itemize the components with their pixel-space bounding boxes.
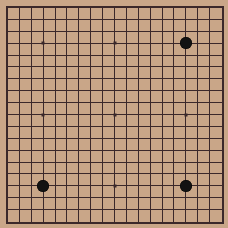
goban-cell [67,67,79,79]
goban-cell [20,115,32,127]
goban-cell [32,56,44,68]
goban-cell [44,198,56,210]
goban-cell [186,210,198,222]
goban-cell [56,20,68,32]
goban-cell [174,20,186,32]
goban-cell [127,32,139,44]
goban-cell [56,103,68,115]
goban-cell [151,56,163,68]
goban-cell [163,139,175,151]
goban-cell [210,163,222,175]
goban-cell [20,56,32,68]
goban-cell [91,79,103,91]
goban-cell [139,186,151,198]
goban-cell [127,103,139,115]
goban-cell [8,127,20,139]
goban-cell [151,186,163,198]
goban-cell [79,20,91,32]
goban-cell [8,198,20,210]
goban-cell [210,20,222,32]
goban-cell [44,163,56,175]
goban-cell [139,127,151,139]
goban-cell [163,163,175,175]
goban-cell [127,8,139,20]
goban-cell [163,198,175,210]
go-board[interactable] [0,0,228,228]
goban-cell [174,198,186,210]
goban-cell [32,139,44,151]
goban-cell [103,127,115,139]
goban-cell [91,127,103,139]
goban-cell [151,91,163,103]
goban-cell [8,115,20,127]
goban-cell [20,103,32,115]
goban-cell [56,163,68,175]
goban-cell [103,8,115,20]
goban-cell [198,79,210,91]
goban-cell [103,198,115,210]
hoshi-point [113,42,116,45]
goban-cell [163,56,175,68]
goban-cell [151,44,163,56]
goban-cell [210,127,222,139]
goban-cell [127,198,139,210]
goban-cell [67,103,79,115]
goban-cell [186,127,198,139]
hoshi-point [113,184,116,187]
goban-cell [174,56,186,68]
goban-cell [56,56,68,68]
goban-cell [127,186,139,198]
goban-cell [79,32,91,44]
goban-cell [44,210,56,222]
goban-cell [174,79,186,91]
goban-cell [79,103,91,115]
goban-cell [139,163,151,175]
goban-cell [56,67,68,79]
goban-cell [139,44,151,56]
goban-cell [56,174,68,186]
goban-cell [91,163,103,175]
goban-cell [79,115,91,127]
goban-cell [44,8,56,20]
goban-cell [163,210,175,222]
goban-cell [115,174,127,186]
goban-cell [151,79,163,91]
goban-cell [79,186,91,198]
goban-cell [79,44,91,56]
goban-cell [91,20,103,32]
goban-cell [139,67,151,79]
goban-cell [151,198,163,210]
goban-cell [79,79,91,91]
goban-cell [20,32,32,44]
goban-cell [115,198,127,210]
goban-cell [103,67,115,79]
goban-cell [174,210,186,222]
goban-cell [103,91,115,103]
goban-cell [32,210,44,222]
goban-cell [186,163,198,175]
goban-cell [44,151,56,163]
goban-cell [151,151,163,163]
goban-cell [79,8,91,20]
goban-cell [103,56,115,68]
goban-cell [67,32,79,44]
black-stone-D4[interactable] [37,180,49,192]
goban-cell [198,163,210,175]
goban-cell [20,20,32,32]
goban-cell [79,91,91,103]
goban-cell [151,163,163,175]
goban-cell [210,8,222,20]
goban-cell [115,115,127,127]
goban-cell [151,139,163,151]
goban-cell [44,32,56,44]
goban-cell [67,127,79,139]
goban-cell [127,127,139,139]
goban-cell [20,79,32,91]
goban-cell [115,67,127,79]
hoshi-point [184,113,187,116]
goban-cell [20,174,32,186]
goban-cell [198,44,210,56]
goban-cell [103,186,115,198]
goban-cell [210,198,222,210]
goban-cell [210,210,222,222]
goban-cell [20,186,32,198]
goban-cell [79,139,91,151]
goban-cell [115,186,127,198]
goban-cell [67,91,79,103]
goban-cell [20,91,32,103]
goban-cell [67,79,79,91]
goban-cell [210,32,222,44]
goban-cell [32,127,44,139]
goban-cell [163,103,175,115]
goban-cell [91,56,103,68]
goban-cell [79,56,91,68]
goban-cell [20,210,32,222]
goban-cell [198,139,210,151]
goban-cell [163,32,175,44]
goban-cell [91,174,103,186]
goban-cell [198,210,210,222]
goban-cell [91,91,103,103]
goban-cell [8,20,20,32]
goban-cell [163,79,175,91]
goban-cell [163,174,175,186]
goban-cell [67,56,79,68]
goban-cell [8,163,20,175]
goban-cell [8,79,20,91]
goban-cell [20,44,32,56]
goban-cell [210,67,222,79]
goban-cell [198,198,210,210]
goban-cell [115,151,127,163]
goban-cell [67,174,79,186]
goban-cell [79,151,91,163]
goban-cell [139,8,151,20]
goban-cell [67,151,79,163]
goban-cell [32,79,44,91]
goban-cell [174,127,186,139]
goban-cell [198,56,210,68]
goban-cell [32,115,44,127]
goban-cell [210,139,222,151]
goban-cell [115,163,127,175]
goban-cell [32,20,44,32]
goban-cell [127,91,139,103]
goban-cell [32,163,44,175]
goban-cell [174,151,186,163]
goban-cell [186,8,198,20]
goban-cell [186,91,198,103]
goban-cell [163,127,175,139]
goban-cell [174,139,186,151]
goban-cell [198,115,210,127]
goban-cell [115,139,127,151]
goban-cell [32,8,44,20]
goban-cell [8,210,20,222]
goban-cell [20,8,32,20]
goban-cell [127,139,139,151]
goban-cell [56,139,68,151]
goban-cell [44,103,56,115]
goban-cell [8,91,20,103]
goban-cell [210,186,222,198]
goban-cell [163,67,175,79]
goban-cell [139,91,151,103]
goban-cell [115,8,127,20]
goban-cell [67,139,79,151]
goban-cell [56,210,68,222]
goban-cell [67,210,79,222]
goban-cell [56,8,68,20]
goban-cell [210,91,222,103]
goban-cell [139,20,151,32]
goban-cell [91,67,103,79]
goban-cell [198,103,210,115]
goban-cell [32,91,44,103]
goban-cell [56,198,68,210]
goban-cell [186,115,198,127]
goban-cell [32,151,44,163]
goban-cell [127,44,139,56]
goban-cell [198,127,210,139]
goban-cell [198,174,210,186]
goban-cell [79,198,91,210]
goban-cell [151,210,163,222]
goban-cell [186,103,198,115]
goban-cell [186,198,198,210]
goban-cell [32,198,44,210]
goban-cell [139,174,151,186]
goban-cell [56,127,68,139]
goban-cell [79,210,91,222]
goban-cell [198,67,210,79]
goban-cell [115,91,127,103]
goban-cell [103,44,115,56]
goban-cell [32,44,44,56]
goban-cell [139,56,151,68]
goban-cell [103,79,115,91]
goban-cell [127,79,139,91]
goban-cell [127,151,139,163]
goban-cell [127,67,139,79]
goban-cell [151,174,163,186]
goban-cell [186,151,198,163]
goban-cell [44,67,56,79]
goban-cell [44,115,56,127]
goban-cell [91,198,103,210]
goban-cell [44,127,56,139]
goban-cell [186,56,198,68]
goban-cell [56,79,68,91]
goban-cell [44,91,56,103]
goban-cell [198,32,210,44]
goban-cell [163,91,175,103]
goban-cell [115,44,127,56]
goban-cell [79,163,91,175]
goban-cell [91,44,103,56]
goban-cell [56,91,68,103]
goban-cell [103,115,115,127]
goban-cell [20,198,32,210]
goban-cell [198,20,210,32]
goban-cell [151,67,163,79]
goban-cell [163,44,175,56]
goban-cell [67,186,79,198]
black-stone-Q4[interactable] [180,180,192,192]
goban-cell [210,174,222,186]
goban-cell [139,115,151,127]
goban-cell [139,210,151,222]
goban-cell [56,32,68,44]
goban-cell [174,115,186,127]
goban-cell [127,163,139,175]
goban-cell [198,8,210,20]
goban-cell [103,20,115,32]
goban-cell [20,163,32,175]
goban-cell [139,79,151,91]
goban-cell [91,151,103,163]
goban-cell [163,151,175,163]
goban-cell [8,32,20,44]
hoshi-point [42,42,45,45]
goban-cell [163,8,175,20]
black-stone-Q16[interactable] [180,37,192,49]
goban-cell [210,79,222,91]
goban-cell [163,186,175,198]
goban-cell [115,32,127,44]
goban-cell [139,139,151,151]
goban-cell [44,139,56,151]
goban-cell [91,32,103,44]
goban-cell [8,103,20,115]
goban-cell [20,127,32,139]
goban-cell [163,115,175,127]
goban-cell [127,174,139,186]
goban-cell [91,8,103,20]
goban-cell [44,20,56,32]
goban-cell [8,67,20,79]
goban-cell [210,56,222,68]
goban-cell [44,79,56,91]
goban-cell [32,67,44,79]
goban-cell [186,139,198,151]
goban-cell [91,115,103,127]
goban-cell [67,198,79,210]
goban-cell [44,56,56,68]
goban-cell [115,210,127,222]
goban-cell [127,56,139,68]
goban-cell [139,198,151,210]
goban-cell [151,32,163,44]
goban-cell [8,174,20,186]
goban-cell [151,115,163,127]
goban-cell [79,174,91,186]
goban-cell [103,163,115,175]
goban-cell [91,103,103,115]
goban-cell [91,139,103,151]
goban-cell [8,8,20,20]
goban-cell [151,127,163,139]
goban-cell [174,163,186,175]
goban-cell [103,210,115,222]
goban-cell [198,186,210,198]
goban-cell [67,8,79,20]
goban-cell [210,103,222,115]
goban-cell [79,67,91,79]
goban-cell [8,151,20,163]
goban-cell [56,151,68,163]
goban-cell [174,67,186,79]
goban-cell [56,186,68,198]
goban-cell [8,56,20,68]
goban-cell [8,44,20,56]
goban-cell [151,103,163,115]
goban-cell [127,115,139,127]
goban-cell [91,210,103,222]
goban-cell [210,115,222,127]
goban-cell [127,210,139,222]
goban-cell [115,79,127,91]
goban-cell [115,20,127,32]
goban-cell [8,139,20,151]
goban-cell [67,44,79,56]
goban-cell [103,139,115,151]
goban-cell [8,186,20,198]
goban-cell [56,115,68,127]
goban-cell [139,151,151,163]
goban-cell [186,79,198,91]
goban-cell [67,20,79,32]
goban-cell [198,91,210,103]
goban-cell [67,163,79,175]
goban-cell [115,127,127,139]
goban-cell [127,20,139,32]
goban-cell [67,115,79,127]
goban-cell [20,67,32,79]
hoshi-point [113,113,116,116]
goban-cell [44,44,56,56]
goban-cell [174,91,186,103]
goban-cell [103,151,115,163]
goban-cell [198,151,210,163]
goban-cell [186,20,198,32]
goban-cell [139,103,151,115]
